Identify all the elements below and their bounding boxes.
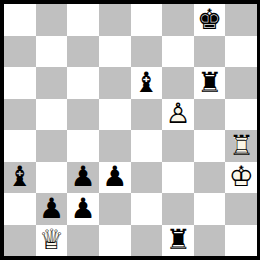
square-c1[interactable] (67, 225, 99, 257)
square-b8[interactable] (36, 4, 68, 36)
square-a2[interactable] (4, 193, 36, 225)
square-d7[interactable] (99, 36, 131, 68)
square-e5[interactable] (131, 99, 163, 131)
square-e3[interactable] (131, 162, 163, 194)
square-b3[interactable] (36, 162, 68, 194)
square-a8[interactable] (4, 4, 36, 36)
square-b7[interactable] (36, 36, 68, 68)
square-e6[interactable]: ♝ (131, 67, 163, 99)
square-c3[interactable]: ♟ (67, 162, 99, 194)
square-c7[interactable] (67, 36, 99, 68)
square-g8[interactable]: ♚ (194, 4, 226, 36)
square-f1[interactable]: ♜ (162, 225, 194, 257)
piece-white-king: ♔ (229, 163, 254, 191)
piece-white-pawn: ♙ (165, 100, 190, 128)
square-h8[interactable] (225, 4, 257, 36)
square-g6[interactable]: ♜ (194, 67, 226, 99)
square-a6[interactable] (4, 67, 36, 99)
piece-black-pawn: ♟ (71, 163, 96, 191)
square-e4[interactable] (131, 130, 163, 162)
square-d3[interactable]: ♟ (99, 162, 131, 194)
piece-black-bishop: ♝ (7, 163, 32, 191)
piece-black-pawn: ♟ (39, 195, 64, 223)
square-h3[interactable]: ♚♔ (225, 162, 257, 194)
square-g1[interactable] (194, 225, 226, 257)
square-h2[interactable] (225, 193, 257, 225)
square-c6[interactable] (67, 67, 99, 99)
square-b5[interactable] (36, 99, 68, 131)
square-a3[interactable]: ♝ (4, 162, 36, 194)
square-g5[interactable] (194, 99, 226, 131)
square-c2[interactable]: ♟ (67, 193, 99, 225)
piece-black-pawn: ♟ (102, 163, 127, 191)
board-frame: ♚♝♜♟♙♜♖♝♟♟♚♔♟♟♛♕♜ (0, 0, 260, 260)
square-g3[interactable] (194, 162, 226, 194)
piece-black-pawn: ♟ (71, 195, 96, 223)
square-e2[interactable] (131, 193, 163, 225)
square-a1[interactable] (4, 225, 36, 257)
square-e1[interactable] (131, 225, 163, 257)
square-h1[interactable] (225, 225, 257, 257)
square-d6[interactable] (99, 67, 131, 99)
square-g2[interactable] (194, 193, 226, 225)
square-c4[interactable] (67, 130, 99, 162)
square-b1[interactable]: ♛♕ (36, 225, 68, 257)
square-f6[interactable] (162, 67, 194, 99)
square-a4[interactable] (4, 130, 36, 162)
square-h6[interactable] (225, 67, 257, 99)
square-c8[interactable] (67, 4, 99, 36)
piece-black-rook: ♜ (165, 226, 190, 254)
piece-black-rook: ♜ (197, 69, 222, 97)
square-d8[interactable] (99, 4, 131, 36)
piece-black-king: ♚ (197, 6, 222, 34)
piece-white-queen: ♕ (39, 226, 64, 254)
square-b2[interactable]: ♟ (36, 193, 68, 225)
square-b6[interactable] (36, 67, 68, 99)
piece-black-bishop: ♝ (134, 69, 159, 97)
square-f3[interactable] (162, 162, 194, 194)
square-g4[interactable] (194, 130, 226, 162)
square-h5[interactable] (225, 99, 257, 131)
square-e7[interactable] (131, 36, 163, 68)
square-g7[interactable] (194, 36, 226, 68)
chess-board: ♚♝♜♟♙♜♖♝♟♟♚♔♟♟♛♕♜ (4, 4, 257, 256)
square-f7[interactable] (162, 36, 194, 68)
square-f4[interactable] (162, 130, 194, 162)
square-d4[interactable] (99, 130, 131, 162)
square-d5[interactable] (99, 99, 131, 131)
square-h7[interactable] (225, 36, 257, 68)
square-a7[interactable] (4, 36, 36, 68)
square-h4[interactable]: ♜♖ (225, 130, 257, 162)
square-c5[interactable] (67, 99, 99, 131)
piece-white-rook: ♖ (229, 132, 254, 160)
square-f5[interactable]: ♟♙ (162, 99, 194, 131)
square-f2[interactable] (162, 193, 194, 225)
square-b4[interactable] (36, 130, 68, 162)
square-d1[interactable] (99, 225, 131, 257)
square-a5[interactable] (4, 99, 36, 131)
square-e8[interactable] (131, 4, 163, 36)
square-f8[interactable] (162, 4, 194, 36)
square-d2[interactable] (99, 193, 131, 225)
